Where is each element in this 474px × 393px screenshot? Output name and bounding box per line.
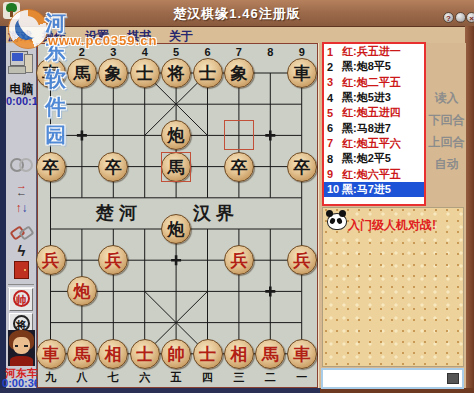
black-piece-馬[interactable]: 馬 bbox=[67, 58, 97, 88]
move-row-7[interactable]: 7红:炮五平六 bbox=[324, 136, 424, 151]
chat-input[interactable] bbox=[321, 368, 464, 389]
red-piece-相[interactable]: 相 bbox=[224, 339, 254, 369]
door-icon[interactable] bbox=[6, 261, 37, 283]
lightning-icon[interactable]: ϟ bbox=[6, 242, 37, 259]
black-piece-卒[interactable]: 卒 bbox=[98, 152, 128, 182]
top-file-label: 3 bbox=[103, 46, 123, 58]
panda-icon bbox=[325, 210, 347, 230]
black-piece-士[interactable]: 士 bbox=[130, 58, 160, 88]
transfer-arrows-icon[interactable]: →← bbox=[6, 182, 37, 196]
window-frame-right bbox=[465, 26, 474, 393]
bottom-file-label: 五 bbox=[166, 370, 186, 385]
move-row-9[interactable]: 9红:炮六平五 bbox=[324, 166, 424, 181]
top-file-label: 2 bbox=[72, 46, 92, 58]
move-row-4[interactable]: 4黑:炮5进3 bbox=[324, 90, 424, 105]
red-piece-相[interactable]: 相 bbox=[98, 339, 128, 369]
rings-icon[interactable] bbox=[6, 158, 37, 176]
top-file-label: 4 bbox=[135, 46, 155, 58]
bottom-file-label: 七 bbox=[103, 370, 123, 385]
black-piece-車[interactable]: 車 bbox=[36, 58, 66, 88]
computer-timer: 0:00:15 bbox=[6, 95, 37, 107]
red-piece-帥[interactable]: 帥 bbox=[161, 339, 191, 369]
move-row-6[interactable]: 6黑:马8进7 bbox=[324, 120, 424, 135]
app-window: 楚汉棋缘1.46注册版 ?_× 游戏操作设置棋书关于 电脑 0:00:15 →←… bbox=[0, 0, 474, 393]
red-piece-兵[interactable]: 兵 bbox=[287, 245, 317, 275]
player-timer: 0:00:36 bbox=[2, 377, 40, 389]
top-file-label: 7 bbox=[229, 46, 249, 58]
move-list[interactable]: 1红:兵五进一2黑:炮8平53红:炮二平五4黑:炮5进35红:炮五进四6黑:马8… bbox=[322, 42, 426, 206]
river-label-left: 楚河 bbox=[96, 201, 142, 225]
banner-text: 入门级人机对战! bbox=[348, 217, 436, 234]
red-piece-車[interactable]: 車 bbox=[36, 339, 66, 369]
title-bar: 楚汉棋缘1.46注册版 bbox=[0, 0, 474, 27]
black-piece-馬[interactable]: 馬 bbox=[161, 152, 191, 182]
black-piece-卒[interactable]: 卒 bbox=[224, 152, 254, 182]
red-piece-兵[interactable]: 兵 bbox=[36, 245, 66, 275]
red-piece-士[interactable]: 士 bbox=[193, 339, 223, 369]
computer-icon bbox=[6, 50, 37, 76]
move-row-10[interactable]: 10黑:马7进5 bbox=[324, 182, 424, 197]
minimize-button[interactable]: _ bbox=[455, 12, 466, 23]
black-piece-象[interactable]: 象 bbox=[224, 58, 254, 88]
black-piece-車[interactable]: 車 bbox=[287, 58, 317, 88]
black-piece-炮[interactable]: 炮 bbox=[161, 214, 191, 244]
bottom-file-label: 二 bbox=[260, 370, 280, 385]
move-row-3[interactable]: 3红:炮二平五 bbox=[324, 75, 424, 90]
bottom-file-label: 四 bbox=[198, 370, 218, 385]
chain-icon[interactable] bbox=[6, 224, 37, 242]
close-button[interactable]: × bbox=[466, 12, 474, 23]
right-panel: 1红:兵五进一2黑:炮8平53红:炮二平五4黑:炮5进35红:炮五进四6黑:马8… bbox=[318, 43, 466, 388]
bottom-file-label: 六 bbox=[135, 370, 155, 385]
black-piece-将[interactable]: 将 bbox=[161, 58, 191, 88]
bottom-file-label: 八 bbox=[72, 370, 92, 385]
bottom-file-label: 一 bbox=[292, 370, 312, 385]
move-row-5[interactable]: 5红:炮五进四 bbox=[324, 105, 424, 120]
player-avatar bbox=[8, 330, 35, 366]
red-piece-馬[interactable]: 馬 bbox=[67, 339, 97, 369]
auto-button[interactable]: 自动 bbox=[427, 156, 466, 173]
bottom-file-label: 三 bbox=[229, 370, 249, 385]
red-piece-馬[interactable]: 馬 bbox=[255, 339, 285, 369]
menu-bar: 游戏操作设置棋书关于 bbox=[6, 27, 465, 43]
bottom-file-label: 九 bbox=[41, 370, 61, 385]
top-file-label: 5 bbox=[166, 46, 186, 58]
red-piece-士[interactable]: 士 bbox=[130, 339, 160, 369]
move-row-1[interactable]: 1红:兵五进一 bbox=[324, 44, 424, 59]
window-frame-bottom bbox=[0, 388, 320, 393]
next-round-button[interactable]: 下回合 bbox=[427, 112, 466, 129]
move-row-2[interactable]: 2黑:炮8平5 bbox=[324, 59, 424, 74]
red-piece-兵[interactable]: 兵 bbox=[224, 245, 254, 275]
red-piece-車[interactable]: 車 bbox=[287, 339, 317, 369]
up-down-arrows-icon[interactable]: ↑↓ bbox=[6, 201, 37, 215]
top-file-label: 8 bbox=[260, 46, 280, 58]
black-piece-卒[interactable]: 卒 bbox=[287, 152, 317, 182]
prev-round-button[interactable]: 上回合 bbox=[427, 134, 466, 151]
black-piece-卒[interactable]: 卒 bbox=[36, 152, 66, 182]
top-file-label: 1 bbox=[41, 46, 61, 58]
load-button[interactable]: 读入 bbox=[427, 90, 466, 107]
input-action-button[interactable] bbox=[447, 373, 459, 384]
top-file-label: 6 bbox=[198, 46, 218, 58]
river-label-right: 汉界 bbox=[193, 201, 239, 225]
move-row-8[interactable]: 8黑:炮2平5 bbox=[324, 151, 424, 166]
window-title: 楚汉棋缘1.46注册版 bbox=[0, 5, 474, 23]
top-file-label: 9 bbox=[292, 46, 312, 58]
banner-panel: 入门级人机对战! bbox=[322, 207, 464, 367]
black-piece-士[interactable]: 士 bbox=[193, 58, 223, 88]
help-button[interactable]: ? bbox=[443, 12, 454, 23]
red-side-icon[interactable]: 帅 bbox=[9, 288, 33, 311]
